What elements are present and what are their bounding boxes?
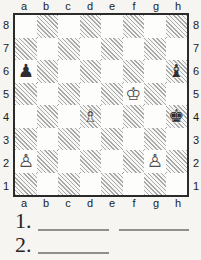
file-label-h: h — [167, 197, 189, 210]
white-bishop-d4[interactable]: ♗ — [82, 107, 98, 125]
square-e7[interactable] — [101, 38, 123, 61]
square-e4[interactable] — [101, 105, 123, 128]
chess-board: ♟♝♔♗♚♙♙ — [13, 13, 189, 197]
rank-label-3: 3 — [190, 128, 201, 151]
square-e6[interactable] — [101, 60, 123, 83]
square-g8[interactable] — [144, 15, 166, 38]
square-f8[interactable] — [123, 15, 145, 38]
square-b4[interactable] — [37, 105, 59, 128]
square-d5[interactable] — [80, 83, 102, 106]
rank-label-5: 5 — [190, 82, 201, 105]
file-label-g: g — [145, 0, 167, 13]
answer-row-2-number: 2. — [15, 234, 32, 256]
square-d2[interactable] — [80, 150, 102, 173]
square-c7[interactable] — [58, 38, 80, 61]
square-b1[interactable] — [37, 173, 59, 196]
square-f2[interactable] — [123, 150, 145, 173]
square-h1[interactable] — [166, 173, 188, 196]
file-labels-top: abcdefgh — [13, 0, 189, 13]
square-h2[interactable] — [166, 150, 188, 173]
square-a5[interactable] — [15, 83, 37, 106]
file-label-c: c — [57, 0, 79, 13]
black-pawn-a6[interactable]: ♟ — [18, 62, 34, 80]
rank-label-8: 8 — [190, 13, 201, 36]
square-g2[interactable]: ♙ — [144, 150, 166, 173]
file-labels-bottom: abcdefgh — [13, 197, 189, 210]
rank-label-6: 6 — [190, 59, 201, 82]
file-label-a: a — [13, 0, 35, 13]
file-label-f: f — [123, 197, 145, 210]
rank-labels-right: 87654321 — [190, 13, 201, 197]
rank-label-1: 1 — [0, 174, 12, 197]
rank-label-2: 2 — [0, 151, 12, 174]
file-label-b: b — [35, 197, 57, 210]
square-b3[interactable] — [37, 128, 59, 151]
square-b7[interactable] — [37, 38, 59, 61]
rank-labels-left: 87654321 — [0, 13, 12, 197]
file-label-h: h — [167, 0, 189, 13]
square-e3[interactable] — [101, 128, 123, 151]
rank-label-8: 8 — [0, 13, 12, 36]
square-a7[interactable] — [15, 38, 37, 61]
answer-row-2-blank-1[interactable] — [38, 252, 109, 254]
file-label-d: d — [79, 0, 101, 13]
square-a8[interactable] — [15, 15, 37, 38]
rank-label-4: 4 — [0, 105, 12, 128]
rank-label-6: 6 — [0, 59, 12, 82]
square-f1[interactable] — [123, 173, 145, 196]
square-e1[interactable] — [101, 173, 123, 196]
white-pawn-a2[interactable]: ♙ — [18, 152, 34, 170]
answer-row-1-blank-2[interactable] — [119, 229, 189, 231]
file-label-g: g — [145, 197, 167, 210]
rank-label-4: 4 — [190, 105, 201, 128]
square-h8[interactable] — [166, 15, 188, 38]
square-a1[interactable] — [15, 173, 37, 196]
file-label-f: f — [123, 0, 145, 13]
rank-label-3: 3 — [0, 128, 12, 151]
file-label-b: b — [35, 0, 57, 13]
square-f6[interactable] — [123, 60, 145, 83]
square-h3[interactable] — [166, 128, 188, 151]
square-c3[interactable] — [58, 128, 80, 151]
rank-label-2: 2 — [190, 151, 201, 174]
square-d8[interactable] — [80, 15, 102, 38]
square-h4[interactable]: ♚ — [166, 105, 188, 128]
square-c5[interactable] — [58, 83, 80, 106]
square-f4[interactable] — [123, 105, 145, 128]
square-d4[interactable]: ♗ — [80, 105, 102, 128]
square-e2[interactable] — [101, 150, 123, 173]
square-d6[interactable] — [80, 60, 102, 83]
square-d3[interactable] — [80, 128, 102, 151]
square-b8[interactable] — [37, 15, 59, 38]
file-label-e: e — [101, 197, 123, 210]
square-a6[interactable]: ♟ — [15, 60, 37, 83]
black-bishop-h6[interactable]: ♝ — [168, 62, 184, 80]
square-b6[interactable] — [37, 60, 59, 83]
file-label-e: e — [101, 0, 123, 13]
square-a4[interactable] — [15, 105, 37, 128]
square-d7[interactable] — [80, 38, 102, 61]
square-c4[interactable] — [58, 105, 80, 128]
square-c6[interactable] — [58, 60, 80, 83]
answer-row-1-blank-1[interactable] — [38, 229, 109, 231]
black-king-h4[interactable]: ♚ — [168, 107, 184, 125]
square-f7[interactable] — [123, 38, 145, 61]
file-label-d: d — [79, 197, 101, 210]
square-a2[interactable]: ♙ — [15, 150, 37, 173]
square-b2[interactable] — [37, 150, 59, 173]
rank-label-5: 5 — [0, 82, 12, 105]
square-e8[interactable] — [101, 15, 123, 38]
square-d1[interactable] — [80, 173, 102, 196]
rank-label-7: 7 — [0, 36, 12, 59]
square-g5[interactable] — [144, 83, 166, 106]
white-king-f5[interactable]: ♔ — [125, 85, 141, 103]
square-c1[interactable] — [58, 173, 80, 196]
rank-label-7: 7 — [190, 36, 201, 59]
square-a3[interactable] — [15, 128, 37, 151]
square-e5[interactable] — [101, 83, 123, 106]
square-h6[interactable]: ♝ — [166, 60, 188, 83]
square-g4[interactable] — [144, 105, 166, 128]
square-g7[interactable] — [144, 38, 166, 61]
rank-label-1: 1 — [190, 174, 201, 197]
square-h5[interactable] — [166, 83, 188, 106]
square-g6[interactable] — [144, 60, 166, 83]
answer-row-1-number: 1. — [15, 210, 32, 232]
white-pawn-g2[interactable]: ♙ — [147, 152, 163, 170]
square-h7[interactable] — [166, 38, 188, 61]
square-f3[interactable] — [123, 128, 145, 151]
square-g3[interactable] — [144, 128, 166, 151]
square-b5[interactable] — [37, 83, 59, 106]
square-g1[interactable] — [144, 173, 166, 196]
worksheet-page: abcdefgh 87654321 ♟♝♔♗♚♙♙ 87654321 abcde… — [0, 0, 201, 260]
square-c8[interactable] — [58, 15, 80, 38]
square-f5[interactable]: ♔ — [123, 83, 145, 106]
file-label-c: c — [57, 197, 79, 210]
square-c2[interactable] — [58, 150, 80, 173]
